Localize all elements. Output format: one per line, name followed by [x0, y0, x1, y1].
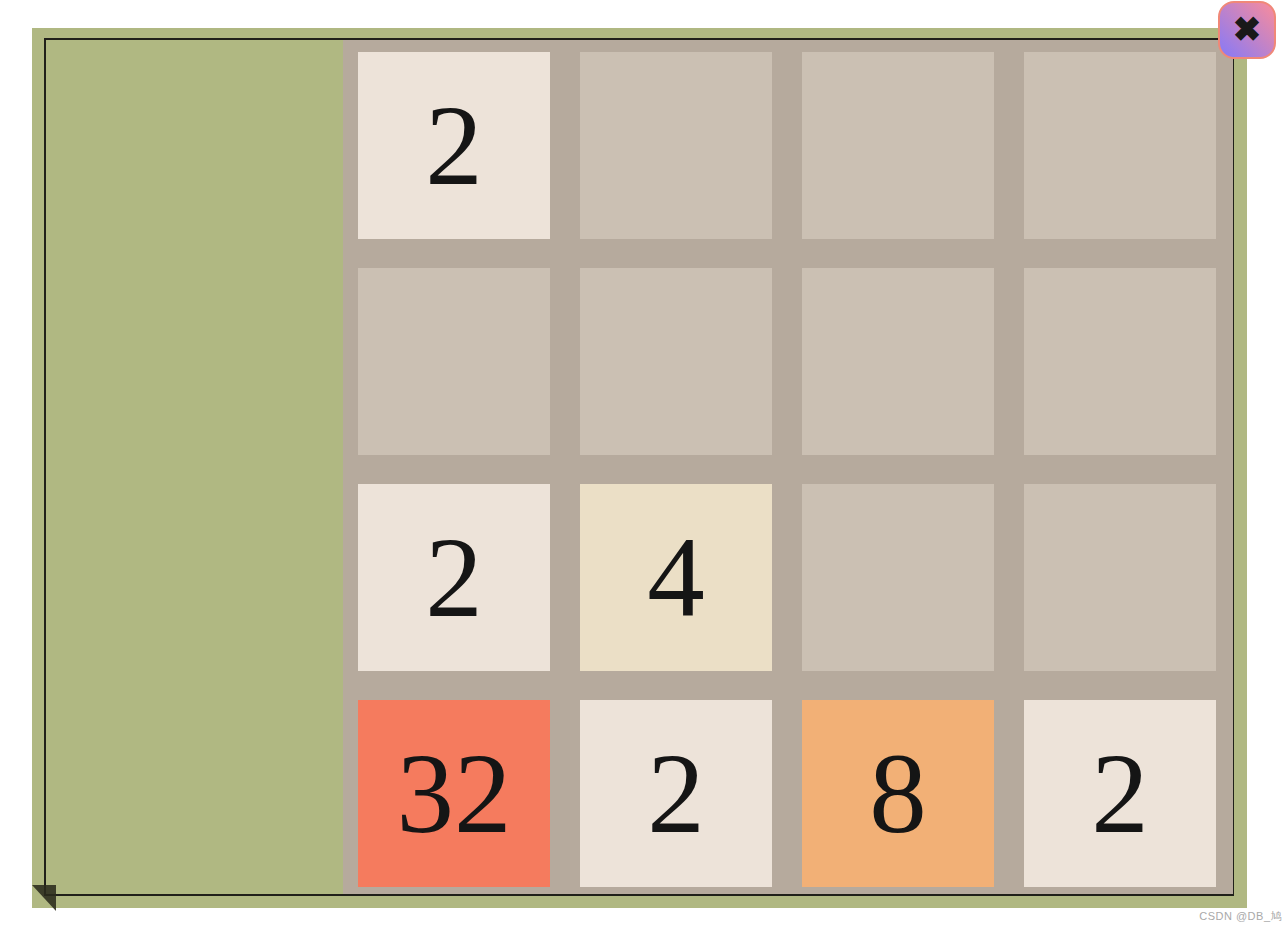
tile-32-r4c1: 32 [358, 700, 550, 887]
game-window: 22432282 [32, 28, 1247, 908]
board-2048[interactable]: 22432282 [343, 40, 1233, 894]
empty-cell-r2c1 [358, 268, 550, 455]
screenshot-stage: 22432282 ✖ CSDN @DB_鸠 [0, 0, 1287, 931]
empty-cell-r3c4 [1024, 484, 1216, 671]
tile-8-r4c3: 8 [802, 700, 994, 887]
empty-cell-r1c3 [802, 52, 994, 239]
tile-2-r3c1: 2 [358, 484, 550, 671]
empty-cell-r2c2 [580, 268, 772, 455]
tile-4-r3c2: 4 [580, 484, 772, 671]
close-button[interactable]: ✖ [1218, 1, 1276, 59]
close-icon: ✖ [1233, 12, 1262, 46]
tile-2-r4c2: 2 [580, 700, 772, 887]
empty-cell-r2c4 [1024, 268, 1216, 455]
empty-cell-r2c3 [802, 268, 994, 455]
tile-2-r1c1: 2 [358, 52, 550, 239]
empty-cell-r1c4 [1024, 52, 1216, 239]
resize-grip[interactable] [32, 885, 56, 911]
tile-2-r4c4: 2 [1024, 700, 1216, 887]
watermark: CSDN @DB_鸠 [1199, 909, 1282, 924]
empty-cell-r1c2 [580, 52, 772, 239]
empty-cell-r3c3 [802, 484, 994, 671]
